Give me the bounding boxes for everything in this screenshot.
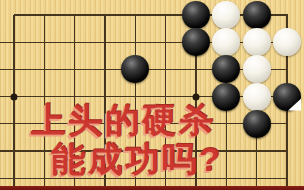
white-stone[interactable] <box>212 28 240 56</box>
black-stone[interactable] <box>243 110 271 138</box>
white-stone[interactable] <box>243 28 271 56</box>
black-stone[interactable] <box>243 1 271 29</box>
white-stone[interactable] <box>243 83 271 111</box>
white-stone[interactable] <box>243 55 271 83</box>
star-point <box>11 93 18 100</box>
go-board[interactable]: 上头的硬杀 能成功吗? <box>0 0 304 190</box>
caption-line-1: 上头的硬杀 <box>31 101 216 139</box>
last-move-triangle-marker <box>287 98 301 111</box>
black-stone[interactable] <box>273 83 301 111</box>
black-stone[interactable] <box>182 1 210 29</box>
black-stone[interactable] <box>212 83 240 111</box>
black-stone[interactable] <box>182 28 210 56</box>
bottom-red-bar <box>0 186 304 190</box>
caption-line-2: 能成功吗? <box>51 140 223 178</box>
white-stone[interactable] <box>273 28 301 56</box>
black-stone[interactable] <box>212 55 240 83</box>
white-stone[interactable] <box>212 1 240 29</box>
star-point <box>192 93 199 100</box>
black-stone[interactable] <box>121 55 149 83</box>
